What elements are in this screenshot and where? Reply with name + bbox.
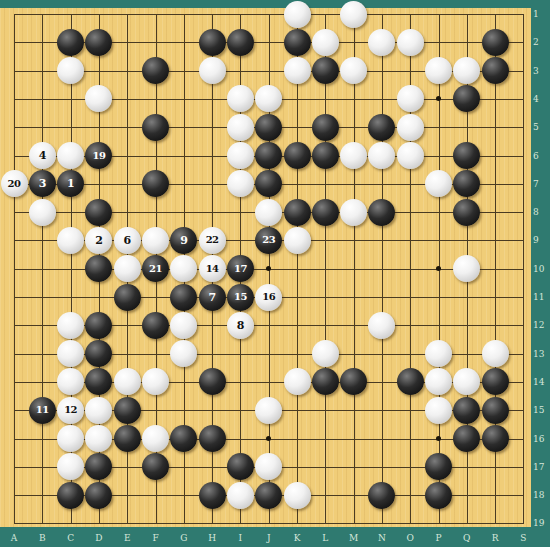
grid-line-vertical — [382, 14, 383, 524]
grid-line-horizontal — [14, 523, 524, 524]
black-stone — [114, 425, 141, 452]
white-stone — [114, 368, 141, 395]
black-stone — [425, 482, 452, 509]
go-diagram: 419203126922232114177151681112ABCDEFGHIJ… — [0, 0, 550, 547]
column-label: M — [344, 533, 364, 543]
black-stone — [199, 368, 226, 395]
black-stone — [199, 425, 226, 452]
black-stone — [368, 114, 395, 141]
black-stone — [227, 29, 254, 56]
black-stone: 23 — [255, 227, 282, 254]
black-stone — [255, 482, 282, 509]
move-number: 14 — [206, 264, 219, 274]
row-label: 17 — [533, 462, 549, 472]
black-stone: 3 — [29, 170, 56, 197]
black-stone: 17 — [227, 255, 254, 282]
black-stone — [170, 284, 197, 311]
white-stone: 12 — [57, 397, 84, 424]
row-label: 1 — [533, 9, 549, 19]
white-stone — [397, 142, 424, 169]
black-stone — [57, 482, 84, 509]
black-stone — [85, 199, 112, 226]
move-number: 22 — [206, 235, 219, 245]
black-stone — [57, 29, 84, 56]
white-stone — [227, 114, 254, 141]
star-point — [436, 436, 441, 441]
black-stone — [482, 368, 509, 395]
white-stone — [284, 368, 311, 395]
white-stone — [255, 199, 282, 226]
move-number: 23 — [262, 235, 275, 245]
move-number: 15 — [234, 292, 247, 302]
row-label: 7 — [533, 179, 549, 189]
move-number: 9 — [180, 235, 187, 246]
black-stone — [368, 199, 395, 226]
black-stone — [312, 368, 339, 395]
black-stone — [114, 284, 141, 311]
white-stone — [85, 397, 112, 424]
black-stone — [114, 397, 141, 424]
white-stone — [482, 340, 509, 367]
white-stone — [114, 255, 141, 282]
column-label: J — [259, 533, 279, 543]
white-stone — [312, 340, 339, 367]
row-label: 4 — [533, 94, 549, 104]
black-stone — [85, 312, 112, 339]
black-stone: 11 — [29, 397, 56, 424]
white-stone — [255, 397, 282, 424]
column-label: G — [174, 533, 194, 543]
white-stone — [57, 57, 84, 84]
black-stone — [199, 29, 226, 56]
move-number: 3 — [39, 178, 46, 189]
black-stone — [397, 368, 424, 395]
black-stone: 9 — [170, 227, 197, 254]
column-label: F — [146, 533, 166, 543]
column-label: Q — [457, 533, 477, 543]
white-stone — [340, 57, 367, 84]
row-label: 10 — [533, 264, 549, 274]
black-stone — [312, 114, 339, 141]
grid-line-vertical — [325, 14, 326, 524]
white-stone — [227, 142, 254, 169]
row-label: 6 — [533, 151, 549, 161]
white-stone — [199, 57, 226, 84]
row-label: 12 — [533, 320, 549, 330]
move-number: 1 — [67, 178, 74, 189]
white-stone — [57, 340, 84, 367]
white-stone — [227, 482, 254, 509]
white-stone — [57, 227, 84, 254]
column-label: O — [400, 533, 420, 543]
white-stone — [284, 482, 311, 509]
grid-line-vertical — [297, 14, 298, 524]
white-stone — [340, 1, 367, 28]
move-number: 12 — [64, 405, 77, 415]
black-stone — [142, 312, 169, 339]
black-stone — [85, 482, 112, 509]
move-number: 19 — [92, 151, 105, 161]
black-stone — [255, 114, 282, 141]
grid-line-vertical — [354, 14, 355, 524]
column-label: B — [32, 533, 52, 543]
column-label: E — [117, 533, 137, 543]
black-stone — [142, 57, 169, 84]
black-stone — [255, 142, 282, 169]
white-stone: 22 — [199, 227, 226, 254]
white-stone — [57, 312, 84, 339]
white-stone — [397, 29, 424, 56]
row-label: 15 — [533, 405, 549, 415]
white-stone — [170, 312, 197, 339]
column-label: I — [230, 533, 250, 543]
white-stone — [142, 227, 169, 254]
move-number: 2 — [95, 235, 102, 246]
move-number: 11 — [36, 405, 49, 415]
black-stone — [85, 29, 112, 56]
white-stone — [368, 312, 395, 339]
row-label: 9 — [533, 235, 549, 245]
white-stone — [312, 29, 339, 56]
move-number: 8 — [237, 320, 244, 331]
column-label: R — [485, 533, 505, 543]
row-label: 18 — [533, 490, 549, 500]
column-label: C — [61, 533, 81, 543]
white-stone — [57, 425, 84, 452]
move-number: 16 — [262, 292, 275, 302]
black-stone — [482, 425, 509, 452]
black-stone — [453, 397, 480, 424]
white-stone: 4 — [29, 142, 56, 169]
column-label: S — [513, 533, 533, 543]
white-stone — [284, 227, 311, 254]
white-stone: 6 — [114, 227, 141, 254]
black-stone — [368, 482, 395, 509]
black-stone — [453, 199, 480, 226]
black-stone — [312, 57, 339, 84]
black-stone: 7 — [199, 284, 226, 311]
black-stone — [142, 114, 169, 141]
column-label: P — [429, 533, 449, 543]
white-stone — [227, 170, 254, 197]
black-stone — [312, 142, 339, 169]
column-label: D — [89, 533, 109, 543]
white-stone — [397, 85, 424, 112]
move-number: 6 — [124, 235, 131, 246]
column-label: N — [372, 533, 392, 543]
black-stone: 15 — [227, 284, 254, 311]
row-label: 13 — [533, 349, 549, 359]
row-label: 11 — [533, 292, 549, 302]
move-number: 17 — [234, 264, 247, 274]
white-stone — [397, 114, 424, 141]
white-stone — [57, 142, 84, 169]
black-stone — [284, 29, 311, 56]
move-number: 20 — [8, 179, 21, 189]
white-stone — [425, 340, 452, 367]
white-stone — [340, 199, 367, 226]
white-stone: 8 — [227, 312, 254, 339]
grid-line-vertical — [523, 14, 524, 524]
black-stone — [482, 57, 509, 84]
move-number: 7 — [209, 292, 216, 303]
row-label: 19 — [533, 518, 549, 528]
black-stone — [284, 142, 311, 169]
white-stone — [368, 29, 395, 56]
move-number: 21 — [149, 264, 162, 274]
column-label: K — [287, 533, 307, 543]
white-stone — [142, 425, 169, 452]
row-label: 5 — [533, 122, 549, 132]
black-stone — [199, 482, 226, 509]
white-stone: 16 — [255, 284, 282, 311]
black-stone — [227, 453, 254, 480]
white-stone — [29, 199, 56, 226]
column-label: L — [315, 533, 335, 543]
white-stone — [284, 57, 311, 84]
column-label: A — [4, 533, 24, 543]
row-label: 2 — [533, 37, 549, 47]
row-label: 3 — [533, 66, 549, 76]
white-stone — [284, 1, 311, 28]
white-stone — [425, 397, 452, 424]
row-label: 8 — [533, 207, 549, 217]
black-stone — [284, 199, 311, 226]
black-stone: 21 — [142, 255, 169, 282]
black-stone — [482, 397, 509, 424]
move-number: 4 — [39, 150, 46, 161]
black-stone — [482, 29, 509, 56]
row-label: 16 — [533, 434, 549, 444]
row-label: 14 — [533, 377, 549, 387]
column-label: H — [202, 533, 222, 543]
white-stone — [340, 142, 367, 169]
white-stone: 14 — [199, 255, 226, 282]
black-stone — [312, 199, 339, 226]
white-stone — [425, 57, 452, 84]
white-stone: 20 — [1, 170, 28, 197]
